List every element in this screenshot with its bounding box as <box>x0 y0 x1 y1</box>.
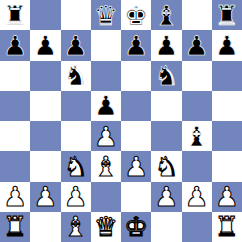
square-c6[interactable]: ♞ <box>61 61 91 91</box>
square-g2[interactable]: ♟ <box>182 182 212 212</box>
square-d6[interactable] <box>91 61 121 91</box>
square-f6[interactable]: ♞ <box>151 61 181 91</box>
square-c8[interactable] <box>61 0 91 30</box>
square-a1[interactable]: ♜ <box>0 212 30 242</box>
piece-white-pawn-c2[interactable]: ♟ <box>64 183 88 210</box>
piece-black-bishop-f8[interactable]: ♝ <box>154 2 178 29</box>
piece-white-queen-d1[interactable]: ♛ <box>94 213 118 240</box>
piece-black-queen-d8[interactable]: ♛ <box>94 2 118 29</box>
square-e2[interactable] <box>121 182 151 212</box>
piece-white-king-e1[interactable]: ♚ <box>124 213 148 240</box>
piece-black-pawn-a7[interactable]: ♟ <box>3 32 27 59</box>
square-g8[interactable] <box>182 0 212 30</box>
square-c1[interactable]: ♝ <box>61 212 91 242</box>
square-f8[interactable]: ♝ <box>151 0 181 30</box>
square-e7[interactable]: ♟ <box>121 30 151 60</box>
piece-black-pawn-f7[interactable]: ♟ <box>154 32 178 59</box>
square-b5[interactable] <box>30 91 60 121</box>
square-b3[interactable] <box>30 151 60 181</box>
piece-black-bishop-g4[interactable]: ♝ <box>185 123 209 150</box>
piece-black-pawn-g7[interactable]: ♟ <box>185 32 209 59</box>
square-g6[interactable] <box>182 61 212 91</box>
square-b7[interactable]: ♟ <box>30 30 60 60</box>
square-c4[interactable] <box>61 121 91 151</box>
square-g3[interactable] <box>182 151 212 181</box>
square-d7[interactable] <box>91 30 121 60</box>
square-g5[interactable] <box>182 91 212 121</box>
piece-black-king-e8[interactable]: ♚ <box>124 2 148 29</box>
piece-black-knight-c6[interactable]: ♞ <box>64 62 88 89</box>
square-h7[interactable]: ♟ <box>212 30 242 60</box>
square-a7[interactable]: ♟ <box>0 30 30 60</box>
square-f2[interactable]: ♟ <box>151 182 181 212</box>
piece-black-pawn-e7[interactable]: ♟ <box>124 32 148 59</box>
square-g4[interactable]: ♝ <box>182 121 212 151</box>
piece-black-rook-h8[interactable]: ♜ <box>215 2 239 29</box>
square-h3[interactable] <box>212 151 242 181</box>
piece-white-pawn-a2[interactable]: ♟ <box>3 183 27 210</box>
piece-white-pawn-f2[interactable]: ♟ <box>154 183 178 210</box>
square-e4[interactable] <box>121 121 151 151</box>
square-h5[interactable] <box>212 91 242 121</box>
square-g7[interactable]: ♟ <box>182 30 212 60</box>
square-c7[interactable]: ♟ <box>61 30 91 60</box>
square-d2[interactable] <box>91 182 121 212</box>
piece-black-rook-a8[interactable]: ♜ <box>3 2 27 29</box>
square-h4[interactable] <box>212 121 242 151</box>
square-c2[interactable]: ♟ <box>61 182 91 212</box>
square-h1[interactable]: ♜ <box>212 212 242 242</box>
piece-white-pawn-e3[interactable]: ♟ <box>124 153 148 180</box>
square-b1[interactable] <box>30 212 60 242</box>
square-f5[interactable] <box>151 91 181 121</box>
square-f7[interactable]: ♟ <box>151 30 181 60</box>
chess-board: ♜♛♚♝♜♟♟♟♟♟♟♟♞♞♟♟♝♞♝♟♞♟♟♟♟♟♟♜♝♛♚♜ <box>0 0 242 242</box>
square-b8[interactable] <box>30 0 60 30</box>
square-f1[interactable] <box>151 212 181 242</box>
square-g1[interactable] <box>182 212 212 242</box>
piece-black-knight-f6[interactable]: ♞ <box>154 62 178 89</box>
square-a8[interactable]: ♜ <box>0 0 30 30</box>
square-d3[interactable]: ♝ <box>91 151 121 181</box>
square-h8[interactable]: ♜ <box>212 0 242 30</box>
square-b6[interactable] <box>30 61 60 91</box>
piece-white-pawn-b2[interactable]: ♟ <box>33 183 57 210</box>
square-e8[interactable]: ♚ <box>121 0 151 30</box>
square-a4[interactable] <box>0 121 30 151</box>
square-d1[interactable]: ♛ <box>91 212 121 242</box>
square-f4[interactable] <box>151 121 181 151</box>
piece-white-knight-f3[interactable]: ♞ <box>154 153 178 180</box>
square-h2[interactable]: ♟ <box>212 182 242 212</box>
piece-black-pawn-b7[interactable]: ♟ <box>33 32 57 59</box>
square-d8[interactable]: ♛ <box>91 0 121 30</box>
piece-white-knight-c3[interactable]: ♞ <box>64 153 88 180</box>
square-a2[interactable]: ♟ <box>0 182 30 212</box>
piece-white-rook-h1[interactable]: ♜ <box>215 213 239 240</box>
square-e6[interactable] <box>121 61 151 91</box>
square-b4[interactable] <box>30 121 60 151</box>
piece-white-bishop-c1[interactable]: ♝ <box>64 213 88 240</box>
square-c5[interactable] <box>61 91 91 121</box>
piece-white-pawn-d4[interactable]: ♟ <box>94 123 118 150</box>
piece-white-pawn-g2[interactable]: ♟ <box>185 183 209 210</box>
square-d4[interactable]: ♟ <box>91 121 121 151</box>
square-e3[interactable]: ♟ <box>121 151 151 181</box>
piece-black-pawn-d5[interactable]: ♟ <box>94 92 118 119</box>
piece-white-bishop-d3[interactable]: ♝ <box>94 153 118 180</box>
square-h6[interactable] <box>212 61 242 91</box>
square-c3[interactable]: ♞ <box>61 151 91 181</box>
piece-black-pawn-c7[interactable]: ♟ <box>64 32 88 59</box>
square-d5[interactable]: ♟ <box>91 91 121 121</box>
piece-white-rook-a1[interactable]: ♜ <box>3 213 27 240</box>
square-b2[interactable]: ♟ <box>30 182 60 212</box>
square-e1[interactable]: ♚ <box>121 212 151 242</box>
square-a6[interactable] <box>0 61 30 91</box>
square-a3[interactable] <box>0 151 30 181</box>
piece-white-pawn-h2[interactable]: ♟ <box>215 183 239 210</box>
piece-black-pawn-h7[interactable]: ♟ <box>215 32 239 59</box>
square-a5[interactable] <box>0 91 30 121</box>
square-e5[interactable] <box>121 91 151 121</box>
square-f3[interactable]: ♞ <box>151 151 181 181</box>
